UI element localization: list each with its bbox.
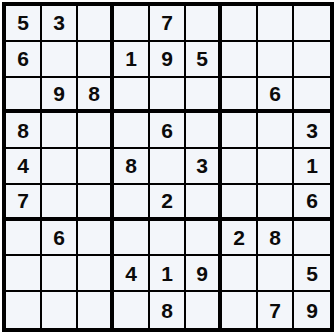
cell-r9c2[interactable] — [42, 292, 78, 328]
cell-r6c5[interactable]: 2 — [150, 185, 186, 221]
cell-r2c6[interactable]: 5 — [186, 42, 222, 78]
cell-r7c7[interactable]: 2 — [222, 221, 258, 257]
cell-r3c6[interactable] — [186, 78, 222, 114]
cell-r5c7[interactable] — [222, 149, 258, 185]
cell-r1c5[interactable]: 7 — [150, 6, 186, 42]
cell-r8c3[interactable] — [78, 256, 114, 292]
cell-r2c8[interactable] — [258, 42, 294, 78]
cell-r4c3[interactable] — [78, 113, 114, 149]
cell-r9c7[interactable] — [222, 292, 258, 328]
cell-r1c9[interactable] — [294, 6, 330, 42]
cell-r5c1[interactable]: 4 — [6, 149, 42, 185]
cell-r2c7[interactable] — [222, 42, 258, 78]
cell-r8c1[interactable] — [6, 256, 42, 292]
cell-r4c5[interactable]: 6 — [150, 113, 186, 149]
cell-r2c1[interactable]: 6 — [6, 42, 42, 78]
cell-r7c5[interactable] — [150, 221, 186, 257]
cell-r7c6[interactable] — [186, 221, 222, 257]
cell-r3c3[interactable]: 8 — [78, 78, 114, 114]
cell-r3c7[interactable] — [222, 78, 258, 114]
cell-r7c1[interactable] — [6, 221, 42, 257]
cell-r8c8[interactable] — [258, 256, 294, 292]
cell-r3c9[interactable] — [294, 78, 330, 114]
cell-r4c2[interactable] — [42, 113, 78, 149]
cell-r4c4[interactable] — [114, 113, 150, 149]
cell-r1c3[interactable] — [78, 6, 114, 42]
cell-r5c3[interactable] — [78, 149, 114, 185]
cell-r9c9[interactable]: 9 — [294, 292, 330, 328]
cell-r9c3[interactable] — [78, 292, 114, 328]
cell-r5c8[interactable] — [258, 149, 294, 185]
cell-r9c6[interactable] — [186, 292, 222, 328]
cell-r3c1[interactable] — [6, 78, 42, 114]
cell-r2c9[interactable] — [294, 42, 330, 78]
cell-r3c2[interactable]: 9 — [42, 78, 78, 114]
cell-r8c6[interactable]: 9 — [186, 256, 222, 292]
cell-r6c9[interactable]: 6 — [294, 185, 330, 221]
cell-r1c6[interactable] — [186, 6, 222, 42]
cell-r1c8[interactable] — [258, 6, 294, 42]
cell-r8c9[interactable]: 5 — [294, 256, 330, 292]
cell-r7c8[interactable]: 8 — [258, 221, 294, 257]
cell-r5c2[interactable] — [42, 149, 78, 185]
cell-r7c4[interactable] — [114, 221, 150, 257]
cell-r1c7[interactable] — [222, 6, 258, 42]
cell-r6c1[interactable]: 7 — [6, 185, 42, 221]
cell-r1c2[interactable]: 3 — [42, 6, 78, 42]
cell-r4c8[interactable] — [258, 113, 294, 149]
cell-r9c1[interactable] — [6, 292, 42, 328]
cell-r2c5[interactable]: 9 — [150, 42, 186, 78]
cell-r8c7[interactable] — [222, 256, 258, 292]
cell-r3c8[interactable]: 6 — [258, 78, 294, 114]
cell-r2c3[interactable] — [78, 42, 114, 78]
cell-r9c4[interactable] — [114, 292, 150, 328]
cell-r7c9[interactable] — [294, 221, 330, 257]
sudoku-board: 537619598686348317266284195879 — [2, 2, 334, 332]
cell-r6c8[interactable] — [258, 185, 294, 221]
cell-r6c7[interactable] — [222, 185, 258, 221]
cell-r2c4[interactable]: 1 — [114, 42, 150, 78]
cell-r7c2[interactable]: 6 — [42, 221, 78, 257]
cell-r8c2[interactable] — [42, 256, 78, 292]
cell-r4c7[interactable] — [222, 113, 258, 149]
cell-r9c8[interactable]: 7 — [258, 292, 294, 328]
cell-r8c4[interactable]: 4 — [114, 256, 150, 292]
cell-r3c4[interactable] — [114, 78, 150, 114]
cell-r3c5[interactable] — [150, 78, 186, 114]
cell-r6c6[interactable] — [186, 185, 222, 221]
cell-r1c1[interactable]: 5 — [6, 6, 42, 42]
cell-r4c9[interactable]: 3 — [294, 113, 330, 149]
cell-r5c4[interactable]: 8 — [114, 149, 150, 185]
cell-r6c3[interactable] — [78, 185, 114, 221]
page: { "game": "sudoku", "grid_size": 9, "pos… — [0, 0, 336, 334]
cell-r4c6[interactable] — [186, 113, 222, 149]
cell-r4c1[interactable]: 8 — [6, 113, 42, 149]
cell-r6c2[interactable] — [42, 185, 78, 221]
cell-r5c5[interactable] — [150, 149, 186, 185]
cell-r8c5[interactable]: 1 — [150, 256, 186, 292]
cell-r6c4[interactable] — [114, 185, 150, 221]
cell-r2c2[interactable] — [42, 42, 78, 78]
cell-r5c9[interactable]: 1 — [294, 149, 330, 185]
cell-r9c5[interactable]: 8 — [150, 292, 186, 328]
cell-r5c6[interactable]: 3 — [186, 149, 222, 185]
cell-r1c4[interactable] — [114, 6, 150, 42]
cell-r7c3[interactable] — [78, 221, 114, 257]
